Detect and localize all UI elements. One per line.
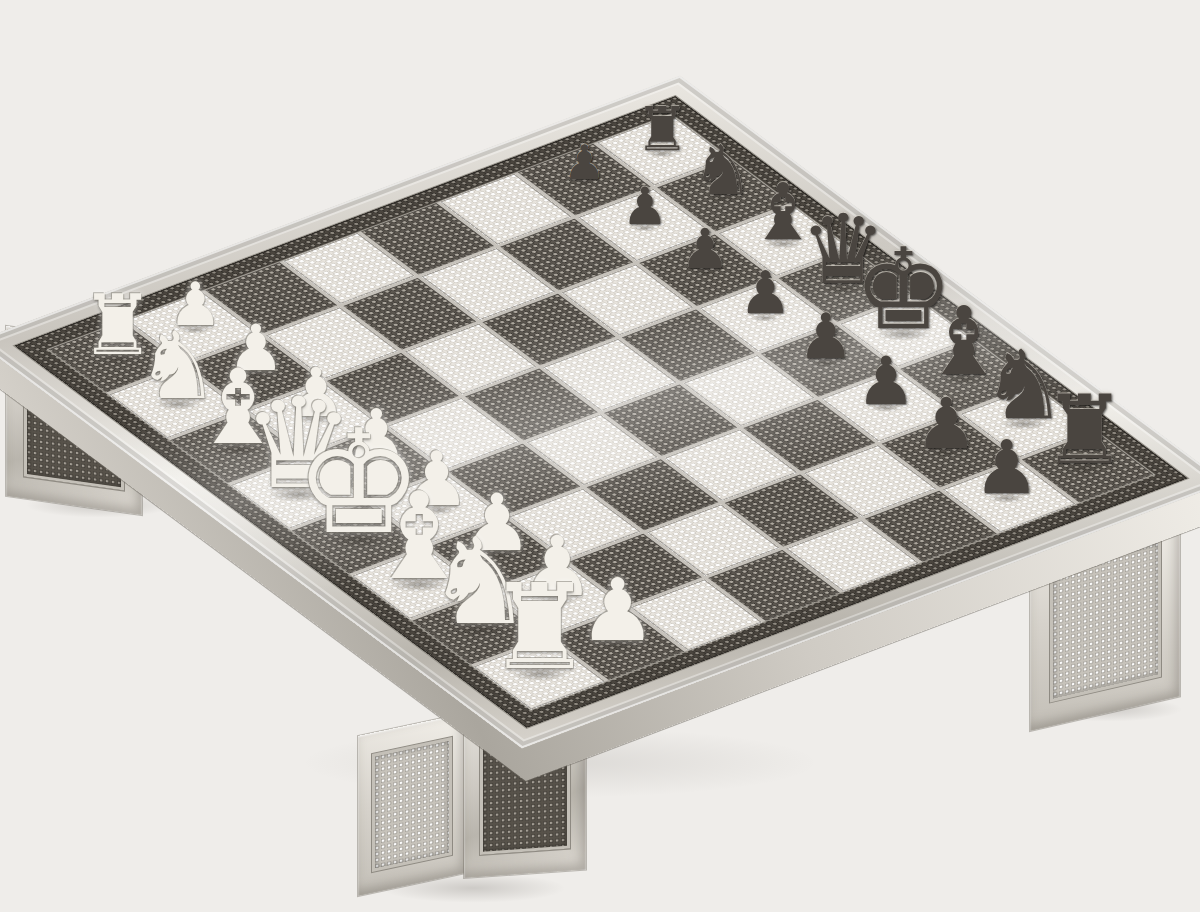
piece-white-rook-h1[interactable]: ♜ [487,568,593,686]
chess-set-photo-scene: ♜♞♝♛♚♝♞♜♟♟♟♟♟♟♟♟♟♟♟♟♟♟♟♟♜♞♝♛♚♝♞♜ [0,0,1200,912]
piece-black-pawn-b7[interactable]: ♟ [622,181,668,232]
piece-black-pawn-g7[interactable]: ♟ [915,389,978,459]
piece-black-pawn-c7[interactable]: ♟ [680,223,729,278]
piece-black-pawn-h7[interactable]: ♟ [974,431,1040,505]
piece-black-rook-a8[interactable]: ♜ [635,99,689,159]
pieces-layer: ♜♞♝♛♚♝♞♜♟♟♟♟♟♟♟♟♟♟♟♟♟♟♟♟♜♞♝♛♚♝♞♜ [0,0,1200,912]
piece-black-rook-h8[interactable]: ♜ [1042,383,1127,478]
piece-black-pawn-f7[interactable]: ♟ [856,348,916,414]
piece-black-pawn-a7[interactable]: ♟ [563,139,606,187]
piece-black-pawn-e7[interactable]: ♟ [798,306,854,369]
piece-black-knight-b8[interactable]: ♞ [692,136,754,205]
piece-black-pawn-d7[interactable]: ♟ [739,264,792,323]
